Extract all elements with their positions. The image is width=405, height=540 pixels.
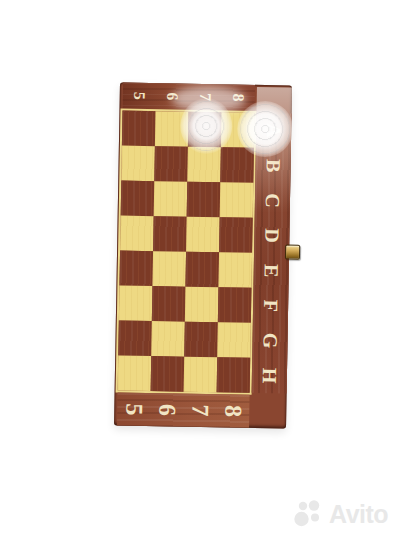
square-d8 xyxy=(219,217,253,253)
watermark-text: Avito xyxy=(329,499,388,529)
coordinate-label-g: G xyxy=(252,323,288,359)
coordinate-label-7: 7 xyxy=(183,394,217,428)
coordinate-label-8: 8 xyxy=(225,81,252,114)
square-b6 xyxy=(154,146,188,182)
square-h5 xyxy=(118,356,152,392)
square-f7 xyxy=(185,287,219,323)
square-d5 xyxy=(120,216,154,252)
coordinate-label-5: 5 xyxy=(126,79,153,112)
coordinate-label-h: H xyxy=(252,358,288,394)
square-d7 xyxy=(186,217,220,253)
square-h7 xyxy=(184,357,218,393)
square-g6 xyxy=(151,321,185,357)
square-e7 xyxy=(185,252,219,288)
square-h6 xyxy=(151,356,185,392)
square-c8 xyxy=(220,182,254,218)
square-e8 xyxy=(218,252,252,288)
square-d6 xyxy=(153,216,187,252)
square-f6 xyxy=(152,286,186,322)
square-f8 xyxy=(218,287,252,323)
chessboard: 5678 ABCDEFGH 5678 xyxy=(114,83,292,429)
square-g5 xyxy=(118,321,152,357)
square-a7 xyxy=(188,112,222,148)
square-b7 xyxy=(187,147,221,183)
coordinate-label-f: F xyxy=(253,288,289,324)
coordinate-label-a: A xyxy=(256,113,292,149)
board-grid xyxy=(118,111,255,393)
square-a8 xyxy=(221,112,255,148)
square-e6 xyxy=(152,251,186,287)
square-a6 xyxy=(155,111,189,147)
square-a5 xyxy=(122,111,156,147)
rank-labels-bottom: 5678 xyxy=(117,393,250,428)
board-frame xyxy=(116,109,257,395)
square-c5 xyxy=(121,181,155,217)
square-b5 xyxy=(121,146,155,182)
square-h8 xyxy=(217,357,251,393)
coordinate-label-b: B xyxy=(255,148,291,184)
coordinate-label-e: E xyxy=(253,253,289,289)
square-f5 xyxy=(119,286,153,322)
avito-logo-icon xyxy=(292,498,326,530)
square-b8 xyxy=(220,147,254,183)
coordinate-label-5: 5 xyxy=(117,393,151,427)
square-e5 xyxy=(119,251,153,287)
square-c7 xyxy=(187,182,221,218)
square-g7 xyxy=(184,322,218,358)
rank-labels-top: 5678 xyxy=(123,83,255,111)
coordinate-label-7: 7 xyxy=(192,80,219,113)
square-c6 xyxy=(154,181,188,217)
coordinate-label-8: 8 xyxy=(216,394,250,428)
brass-clasp xyxy=(285,244,300,259)
square-g8 xyxy=(217,322,251,358)
coordinate-label-c: C xyxy=(255,183,291,219)
watermark: Avito xyxy=(292,498,388,530)
coordinate-label-6: 6 xyxy=(150,393,184,427)
coordinate-label-6: 6 xyxy=(159,80,186,113)
product-photo: 5678 ABCDEFGH 5678 Avito xyxy=(0,0,405,540)
